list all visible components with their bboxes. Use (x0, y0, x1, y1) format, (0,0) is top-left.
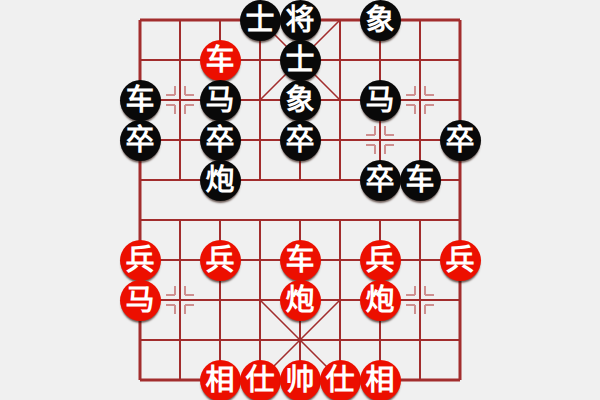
board-grid: 士将象车士车马象马卒卒卒卒炮卒车兵兵车兵兵马炮炮相仕帅仕相 (120, 0, 480, 400)
piece-black-soldier[interactable]: 卒 (120, 120, 161, 161)
piece-red-advisor[interactable]: 仕 (240, 360, 281, 400)
piece-red-soldier[interactable]: 兵 (440, 240, 481, 281)
piece-black-elephant[interactable]: 象 (360, 0, 401, 41)
piece-red-horse[interactable]: 马 (120, 280, 161, 321)
xiangqi-board: 士将象车士车马象马卒卒卒卒炮卒车兵兵车兵兵马炮炮相仕帅仕相 (0, 0, 600, 400)
piece-red-general[interactable]: 帅 (280, 360, 321, 400)
piece-black-soldier[interactable]: 卒 (360, 160, 401, 201)
piece-red-soldier[interactable]: 兵 (120, 240, 161, 281)
piece-black-general[interactable]: 将 (280, 0, 321, 41)
piece-black-advisor[interactable]: 士 (240, 0, 281, 41)
piece-black-soldier[interactable]: 卒 (440, 120, 481, 161)
piece-black-cannon[interactable]: 炮 (200, 160, 241, 201)
piece-black-chariot[interactable]: 车 (120, 80, 161, 121)
piece-red-cannon[interactable]: 炮 (280, 280, 321, 321)
piece-red-soldier[interactable]: 兵 (200, 240, 241, 281)
piece-black-horse[interactable]: 马 (360, 80, 401, 121)
piece-black-elephant[interactable]: 象 (280, 80, 321, 121)
piece-red-soldier[interactable]: 兵 (360, 240, 401, 281)
piece-black-soldier[interactable]: 卒 (200, 120, 241, 161)
piece-black-horse[interactable]: 马 (200, 80, 241, 121)
piece-red-cannon[interactable]: 炮 (360, 280, 401, 321)
piece-red-elephant[interactable]: 相 (360, 360, 401, 400)
piece-red-advisor[interactable]: 仕 (320, 360, 361, 400)
piece-red-chariot[interactable]: 车 (280, 240, 321, 281)
piece-black-advisor[interactable]: 士 (280, 40, 321, 81)
piece-black-chariot[interactable]: 车 (400, 160, 441, 201)
piece-black-soldier[interactable]: 卒 (280, 120, 321, 161)
piece-red-elephant[interactable]: 相 (200, 360, 241, 400)
piece-red-chariot[interactable]: 车 (200, 40, 241, 81)
